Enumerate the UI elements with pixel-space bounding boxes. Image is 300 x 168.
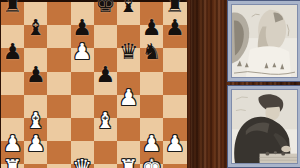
board-area: ♜♚♝♜♝♟♟♟♟♟♛♞♟♟♟♝♝♟♟♟♟♜♛♜♚	[0, 0, 191, 168]
square-c7[interactable]	[47, 25, 70, 48]
square-g1[interactable]: ♚	[140, 164, 163, 168]
photo-top-sketch	[232, 5, 297, 77]
square-d8[interactable]	[71, 2, 94, 25]
square-b7[interactable]: ♝	[24, 25, 47, 48]
photo-top	[231, 4, 298, 78]
square-d7[interactable]: ♟	[71, 25, 94, 48]
black-king: ♚	[94, 0, 117, 17]
square-c2[interactable]	[47, 141, 70, 164]
square-e5[interactable]: ♟	[94, 72, 117, 95]
square-d4[interactable]	[71, 95, 94, 118]
photo-bottom-sketch	[232, 90, 297, 163]
square-c3[interactable]	[47, 118, 70, 141]
square-f5[interactable]	[117, 72, 140, 95]
square-c4[interactable]	[47, 95, 70, 118]
photo-bottom	[231, 89, 298, 164]
square-a2[interactable]: ♟	[1, 141, 24, 164]
chess-app-window: ♜♚♝♜♝♟♟♟♟♟♛♞♟♟♟♝♝♟♟♟♟♜♛♜♚	[0, 0, 300, 168]
chess-board[interactable]: ♜♚♝♜♝♟♟♟♟♟♛♞♟♟♟♝♝♟♟♟♟♜♛♜♚	[0, 2, 187, 168]
square-g2[interactable]: ♟	[140, 141, 163, 164]
square-b2[interactable]: ♟	[24, 141, 47, 164]
square-d3[interactable]	[71, 118, 94, 141]
square-d6[interactable]: ♟	[71, 48, 94, 71]
square-e3[interactable]: ♝	[94, 118, 117, 141]
square-f2[interactable]	[117, 141, 140, 164]
square-a7[interactable]	[1, 25, 24, 48]
square-e4[interactable]	[94, 95, 117, 118]
square-e1[interactable]	[94, 164, 117, 168]
square-h2[interactable]: ♟	[163, 141, 186, 164]
square-a1[interactable]: ♜	[1, 164, 24, 168]
square-h7[interactable]: ♟	[163, 25, 186, 48]
square-a5[interactable]	[1, 72, 24, 95]
square-f3[interactable]	[117, 118, 140, 141]
square-f7[interactable]	[117, 25, 140, 48]
square-c8[interactable]	[47, 2, 70, 25]
square-b8[interactable]	[24, 2, 47, 25]
square-f8[interactable]: ♝	[117, 2, 140, 25]
square-h6[interactable]	[163, 48, 186, 71]
square-b5[interactable]: ♟	[24, 72, 47, 95]
black-rook: ♜	[163, 0, 186, 17]
square-b1[interactable]	[24, 164, 47, 168]
square-a3[interactable]	[1, 118, 24, 141]
square-b6[interactable]	[24, 48, 47, 71]
square-h4[interactable]	[163, 95, 186, 118]
black-rook: ♜	[1, 0, 24, 17]
square-a6[interactable]: ♟	[1, 48, 24, 71]
square-e8[interactable]: ♚	[94, 2, 117, 25]
black-bishop: ♝	[117, 0, 140, 17]
square-e2[interactable]	[94, 141, 117, 164]
square-c1[interactable]	[47, 164, 70, 168]
square-c5[interactable]	[47, 72, 70, 95]
square-d1[interactable]: ♛	[71, 164, 94, 168]
square-f6[interactable]: ♛	[117, 48, 140, 71]
photo-top-frame	[227, 0, 300, 82]
square-a4[interactable]	[1, 95, 24, 118]
square-d5[interactable]	[71, 72, 94, 95]
square-g8[interactable]	[140, 2, 163, 25]
square-a8[interactable]: ♜	[1, 2, 24, 25]
square-d2[interactable]	[71, 141, 94, 164]
player-photos-panel	[227, 0, 300, 168]
square-b3[interactable]: ♝	[24, 118, 47, 141]
square-g7[interactable]: ♟	[140, 25, 163, 48]
square-h3[interactable]	[163, 118, 186, 141]
square-g5[interactable]	[140, 72, 163, 95]
square-f4[interactable]: ♟	[117, 95, 140, 118]
square-g6[interactable]: ♞	[140, 48, 163, 71]
photo-bottom-frame	[227, 85, 300, 168]
square-g4[interactable]	[140, 95, 163, 118]
square-e7[interactable]	[94, 25, 117, 48]
square-h5[interactable]	[163, 72, 186, 95]
square-b4[interactable]	[24, 95, 47, 118]
square-g3[interactable]	[140, 118, 163, 141]
square-h1[interactable]	[163, 164, 186, 168]
square-e6[interactable]	[94, 48, 117, 71]
square-f1[interactable]: ♜	[117, 164, 140, 168]
square-h8[interactable]: ♜	[163, 2, 186, 25]
square-c6[interactable]	[47, 48, 70, 71]
